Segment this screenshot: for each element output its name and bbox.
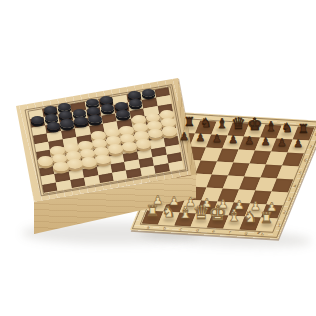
checker-piece-dark [128,91,141,99]
checker-piece-dark [115,102,128,110]
file-label: e [209,229,218,233]
rank-label: 4 [291,184,300,188]
piece-shadow [195,140,207,144]
rank-label: 5 [296,171,305,175]
piece-shadow [276,145,288,149]
file-label: b [160,226,169,230]
checkers-square [42,182,58,193]
piece-shadow [260,144,272,148]
piece-shadow [163,218,175,222]
rank-label: 8 [312,132,316,136]
piece-shadow [243,143,255,147]
checker-piece-light [95,155,111,165]
file-label: f [225,230,234,234]
piece-shadow [211,141,223,145]
checker-piece-dark [44,106,57,114]
checkers-square [140,165,156,176]
checker-piece-dark [100,96,113,104]
piece-shadow [184,126,196,130]
checker-piece-dark [116,110,130,119]
file-label: c [177,227,186,231]
piece-shadow [178,139,190,143]
checkers-square [98,173,114,184]
file-label: a [144,226,153,230]
checker-piece-light [108,144,123,154]
checkers-square [126,168,142,179]
piece-shadow [200,127,212,131]
checkers-square [168,161,184,172]
file-label: g [242,231,251,235]
piece-shadow [201,207,213,211]
rank-label: 3 [285,197,294,201]
checkers-square [154,163,170,174]
piece-shadow [184,206,196,210]
checker-piece-dark [142,89,155,97]
checker-piece-light [136,139,151,149]
checker-piece-dark [60,119,74,128]
chess-square [266,191,288,205]
checker-piece-dark [45,114,58,122]
rank-label: 6 [301,158,310,162]
checkers-square [84,175,100,186]
checker-piece-light [81,157,97,167]
rank-label: 7 [306,145,315,149]
checker-piece-light [67,159,83,169]
piece-shadow [152,204,164,208]
piece-shadow [249,130,261,134]
piece-shadow [168,205,180,209]
file-label: d [193,228,202,232]
product-photo-chess-checkers-set: ❦ abcdefgh12345678 ♜♞♝♛♚♝♞♜♟♟♟♟♟♟♟♟♟♟♟♟♟… [0,0,316,316]
checker-piece-dark [86,99,99,107]
chess-square [272,178,294,192]
rank-label: 2 [280,210,289,214]
chess-square [277,165,299,179]
checker-piece-light [162,126,177,135]
checker-piece-dark [58,103,71,111]
checkers-square [112,170,128,181]
checker-piece-dark [88,115,102,124]
chess-square [282,153,304,167]
piece-shadow [232,129,244,133]
checkers-square [56,180,72,191]
piece-shadow [216,128,228,132]
checkers-square [70,177,86,188]
piece-shadow [227,142,239,146]
piece-shadow [298,133,310,137]
piece-shadow [147,217,159,221]
checker-piece-light [38,156,53,166]
piece-shadow [281,132,293,136]
piece-shadow [292,146,304,150]
piece-shadow [265,131,277,135]
checker-piece-light [122,142,137,152]
checker-piece-dark [87,107,100,115]
rank-label: 1 [275,223,284,227]
